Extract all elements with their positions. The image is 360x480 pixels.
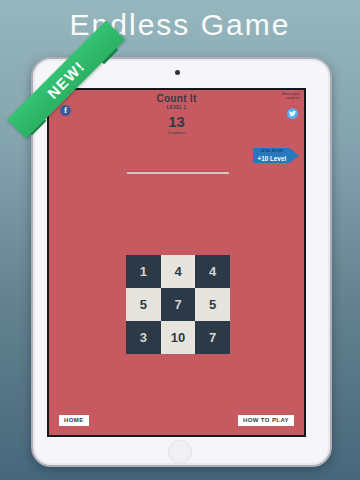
marketing-headline: Endless Game [0, 8, 360, 42]
boost-badge-bottom-label: +10 Level [258, 155, 287, 161]
progress-divider-line [127, 172, 229, 174]
grid-cell-3[interactable]: 5 [126, 288, 161, 321]
grid-cell-2[interactable]: 4 [195, 255, 230, 288]
target-caption: 2 numbers [94, 131, 260, 135]
how-to-play-button[interactable]: HOW TO PLAY [238, 415, 294, 426]
grid-cell-5[interactable]: 5 [195, 288, 230, 321]
boost-badge-top-label: LEVEL BOOST [260, 151, 283, 154]
grid-cell-6[interactable]: 3 [126, 321, 161, 354]
ipad-home-button[interactable] [168, 440, 192, 464]
game-title: Count It [49, 93, 304, 104]
level-label: LEVEL 1 [75, 105, 279, 110]
grid-cell-1[interactable]: 4 [161, 255, 196, 288]
bottom-button-row: HOME HOW TO PLAY [49, 415, 304, 426]
grid-cell-0[interactable]: 1 [126, 255, 161, 288]
game-screen: Share your count on f Share your count o… [47, 88, 306, 437]
grid-cell-4[interactable]: 7 [161, 288, 196, 321]
level-boost-badge[interactable]: LEVEL BOOST +10 Level [253, 148, 299, 163]
puzzle-grid: 1445753107 [126, 255, 230, 354]
grid-cell-7[interactable]: 10 [161, 321, 196, 354]
target-number: 13 [49, 113, 304, 130]
grid-cell-8[interactable]: 7 [195, 321, 230, 354]
app-store-screenshot: Endless Game Share your count on f Share… [0, 0, 360, 480]
front-camera-dot [175, 70, 180, 75]
home-button[interactable]: HOME [59, 415, 89, 426]
title-block: Count It LEVEL 1 13 2 numbers [49, 93, 304, 137]
